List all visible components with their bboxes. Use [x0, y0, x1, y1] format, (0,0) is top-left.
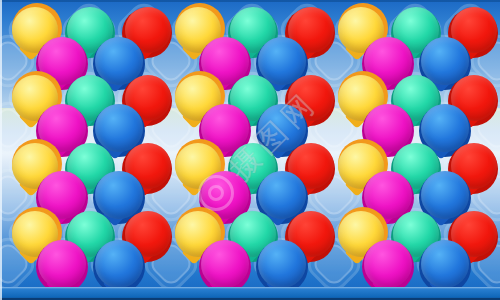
ball-body: [201, 240, 249, 288]
magenta-ball: [364, 240, 412, 288]
ball-body: [38, 240, 86, 288]
left-edge-line: [0, 0, 2, 300]
blue-ball: [258, 240, 306, 288]
magenta-ball: [38, 240, 86, 288]
blue-ball: [421, 240, 469, 288]
ball-body: [421, 240, 469, 288]
blue-ball: [95, 240, 143, 288]
top-edge-line: [0, 0, 500, 2]
ball-body: [258, 240, 306, 288]
ball-body: [95, 240, 143, 288]
pattern-canvas: 摄图网: [0, 0, 500, 300]
magenta-ball: [201, 240, 249, 288]
bottom-border-band: [0, 287, 500, 300]
ball-body: [364, 240, 412, 288]
